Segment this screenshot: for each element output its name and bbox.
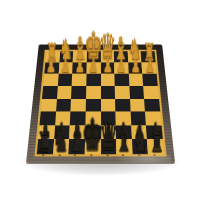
board-trim: ♜♞♝♚♛♝♞♜♟♟♟♟♟♟♟♟♟♟♟♟♟♟♟♟♜♞♝♚♛♝♞♜ xyxy=(34,49,166,156)
square-d2: ♟ xyxy=(100,62,114,74)
chess-board: ♜♞♝♚♛♝♞♜♟♟♟♟♟♟♟♟♟♟♟♟♟♟♟♟♜♞♝♚♛♝♞♜ xyxy=(25,44,174,163)
white-pawn: ♟ xyxy=(145,56,155,75)
square-c8: ♝ xyxy=(116,139,132,154)
square-f4 xyxy=(71,85,86,98)
board-squares: ♜♞♝♚♛♝♞♜♟♟♟♟♟♟♟♟♟♟♟♟♟♟♟♟♜♞♝♚♛♝♞♜ xyxy=(36,51,164,154)
square-d8: ♛ xyxy=(100,139,116,154)
square-c4 xyxy=(114,85,129,98)
board-frame: ♜♞♝♚♛♝♞♜♟♟♟♟♟♟♟♟♟♟♟♟♟♟♟♟♜♞♝♚♛♝♞♜ xyxy=(25,44,174,163)
square-h8: ♜ xyxy=(36,139,53,154)
white-pawn: ♟ xyxy=(60,56,70,75)
white-pawn: ♟ xyxy=(102,56,112,75)
square-a5 xyxy=(144,98,160,111)
square-e4 xyxy=(85,85,100,98)
white-pawn: ♟ xyxy=(88,56,98,75)
square-d4 xyxy=(100,85,115,98)
square-c2: ♟ xyxy=(114,62,128,74)
white-pawn: ♟ xyxy=(130,56,140,75)
square-f2: ♟ xyxy=(72,62,86,74)
white-pawn: ♟ xyxy=(116,56,126,75)
perspective-wrapper: ♜♞♝♚♛♝♞♜♟♟♟♟♟♟♟♟♟♟♟♟♟♟♟♟♜♞♝♚♛♝♞♜ xyxy=(0,0,200,200)
square-b8: ♞ xyxy=(131,139,148,154)
black-knight: ♞ xyxy=(132,123,148,156)
black-bishop: ♝ xyxy=(115,120,133,156)
black-rook: ♜ xyxy=(37,127,51,155)
square-e2: ♟ xyxy=(86,62,100,74)
square-e8: ♚ xyxy=(84,139,100,154)
white-pawn: ♟ xyxy=(74,56,84,75)
square-a8: ♜ xyxy=(147,139,164,154)
square-g5 xyxy=(55,98,71,111)
square-b4 xyxy=(129,85,144,98)
square-b5 xyxy=(129,98,145,111)
square-a4 xyxy=(143,85,159,98)
white-pawn: ♟ xyxy=(46,56,56,75)
square-g4 xyxy=(56,85,71,98)
square-h4 xyxy=(42,85,58,98)
square-h5 xyxy=(40,98,56,111)
chess-set-product-photo: ♜♞♝♚♛♝♞♜♟♟♟♟♟♟♟♟♟♟♟♟♟♟♟♟♜♞♝♚♛♝♞♜ xyxy=(0,0,200,200)
black-rook: ♜ xyxy=(149,127,163,155)
square-c5 xyxy=(115,98,130,111)
square-g8: ♞ xyxy=(52,139,69,154)
black-knight: ♞ xyxy=(52,123,68,156)
